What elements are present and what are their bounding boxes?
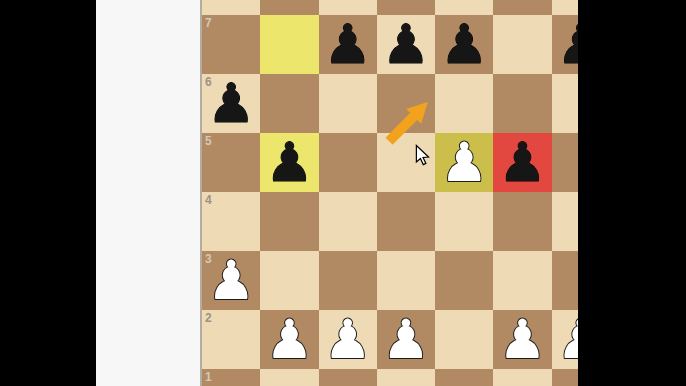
white-pawn[interactable]: ♟ [319,310,377,369]
board-square-e2[interactable] [435,310,493,369]
board-square-d4[interactable] [377,192,435,251]
board-square-d3[interactable] [377,251,435,310]
black-pawn[interactable]: ♟ [377,15,435,74]
rank-label-4: 4 [205,193,212,207]
white-pawn[interactable]: ♟ [260,310,318,369]
board-square-b5[interactable]: ♟ [260,133,318,192]
board-square-a3[interactable]: 3♟ [202,251,260,310]
rank-label-7: 7 [205,16,212,30]
board-square-f2[interactable]: ♟ [493,310,551,369]
black-pawn[interactable]: ♟ [319,15,377,74]
board-square-e5[interactable]: ♟ [435,133,493,192]
board-square-a8[interactable] [202,0,260,15]
black-pawn[interactable]: ♟ [435,15,493,74]
right-letterbox [578,0,686,386]
board-square-a7[interactable]: 7 [202,15,260,74]
board-square-c6[interactable] [319,74,377,133]
board-square-b3[interactable] [260,251,318,310]
board-square-e4[interactable] [435,192,493,251]
board-square-f3[interactable] [493,251,551,310]
board-square-a5[interactable]: 5 [202,133,260,192]
white-pawn[interactable]: ♟ [377,310,435,369]
white-pawn[interactable]: ♟ [435,133,493,192]
board-square-e6[interactable] [435,74,493,133]
board-square-f5[interactable]: ♟ [493,133,551,192]
board-square-d1[interactable] [377,369,435,386]
board-square-f1[interactable] [493,369,551,386]
board-square-d7[interactable]: ♟ [377,15,435,74]
board-square-d6[interactable] [377,74,435,133]
board-square-e7[interactable]: ♟ [435,15,493,74]
left-letterbox [0,0,96,386]
board-square-a1[interactable]: 1 [202,369,260,386]
board-square-b8[interactable] [260,0,318,15]
board-square-c7[interactable]: ♟ [319,15,377,74]
board-square-f8[interactable] [493,0,551,15]
board-square-c4[interactable] [319,192,377,251]
white-pawn[interactable]: ♟ [493,310,551,369]
board-square-e3[interactable] [435,251,493,310]
board-square-c3[interactable] [319,251,377,310]
board-square-d5[interactable] [377,133,435,192]
board-square-f4[interactable] [493,192,551,251]
black-pawn[interactable]: ♟ [202,74,260,133]
board-square-e1[interactable] [435,369,493,386]
board-square-d2[interactable]: ♟ [377,310,435,369]
board-square-c5[interactable] [319,133,377,192]
board-square-b6[interactable] [260,74,318,133]
black-pawn[interactable]: ♟ [493,133,551,192]
board-square-f6[interactable] [493,74,551,133]
rank-label-2: 2 [205,311,212,325]
board-square-f7[interactable] [493,15,551,74]
board-square-a6[interactable]: 6♟ [202,74,260,133]
board-square-b4[interactable] [260,192,318,251]
board-square-a2[interactable]: 2 [202,310,260,369]
rank-label-5: 5 [205,134,212,148]
black-pawn[interactable]: ♟ [260,133,318,192]
video-frame: ♜7♟♟♟♟♟6♟5♟♟♟43♟2♟♟♟♟♟♟1♚ [0,0,686,386]
board-frame: ♜7♟♟♟♟♟6♟5♟♟♟43♟2♟♟♟♟♟♟1♚ [96,0,578,386]
white-pawn[interactable]: ♟ [202,251,260,310]
board-square-b7[interactable] [260,15,318,74]
board-square-c2[interactable]: ♟ [319,310,377,369]
rank-label-1: 1 [205,370,212,384]
board-square-b1[interactable] [260,369,318,386]
board-square-a4[interactable]: 4 [202,192,260,251]
board-square-b2[interactable]: ♟ [260,310,318,369]
board-square-c1[interactable] [319,369,377,386]
